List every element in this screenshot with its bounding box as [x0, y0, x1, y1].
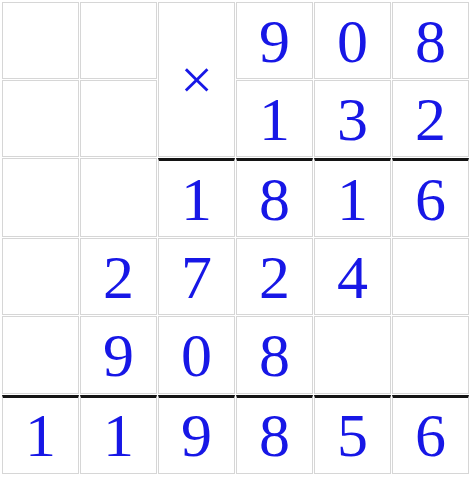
digit-cell: 1	[2, 395, 79, 475]
digit-cell: 2	[236, 238, 313, 315]
digit-cell: 3	[314, 80, 391, 157]
digit-cell: 0	[314, 2, 391, 79]
empty-cell	[80, 80, 157, 157]
empty-cell	[2, 158, 79, 237]
digit-cell: 1	[236, 80, 313, 157]
grid-row: 2724	[2, 238, 469, 315]
empty-cell	[392, 316, 469, 393]
digit-cell: 8	[236, 316, 313, 393]
digit-cell: 8	[236, 395, 313, 475]
empty-cell	[2, 80, 79, 157]
empty-cell	[392, 238, 469, 315]
empty-cell	[80, 2, 157, 79]
empty-cell	[314, 316, 391, 393]
digit-cell: 0	[158, 316, 235, 393]
digit-cell: 2	[392, 80, 469, 157]
grid-row: ×908	[2, 2, 469, 79]
empty-cell	[2, 238, 79, 315]
grid-row: 119856	[2, 395, 469, 475]
digit-cell: 2	[80, 238, 157, 315]
digit-cell: 9	[158, 395, 235, 475]
empty-cell	[2, 2, 79, 79]
digit-cell: 4	[314, 238, 391, 315]
digit-cell: 5	[314, 395, 391, 475]
digit-cell: 1	[314, 158, 391, 237]
digit-cell: 9	[236, 2, 313, 79]
grid-row: 1816	[2, 158, 469, 237]
grid-row: 908	[2, 316, 469, 393]
grid-row: 132	[2, 80, 469, 157]
multiply-sign: ×	[158, 2, 235, 157]
empty-cell	[2, 316, 79, 393]
digit-cell: 7	[158, 238, 235, 315]
grid-body: ×90813218162724908119856	[2, 2, 469, 474]
digit-cell: 1	[80, 395, 157, 475]
digit-cell: 6	[392, 395, 469, 475]
digit-cell: 1	[158, 158, 235, 237]
digit-cell: 8	[392, 2, 469, 79]
multiplication-grid: ×90813218162724908119856	[1, 1, 470, 475]
digit-cell: 9	[80, 316, 157, 393]
empty-cell	[80, 158, 157, 237]
digit-cell: 6	[392, 158, 469, 237]
digit-cell: 8	[236, 158, 313, 237]
long-multiplication-board: ×90813218162724908119856	[0, 0, 471, 478]
